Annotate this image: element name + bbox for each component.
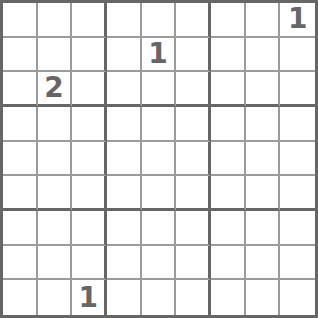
cell-r3c1[interactable] — [3, 72, 38, 107]
cell-r2c7[interactable] — [211, 38, 246, 73]
cell-r1c5[interactable] — [142, 3, 177, 38]
cell-r2c8[interactable] — [246, 38, 281, 73]
cell-r6c1[interactable] — [3, 176, 38, 211]
cell-r6c6[interactable] — [176, 176, 211, 211]
sudoku-board: 1121 — [0, 0, 318, 318]
cell-r8c7[interactable] — [211, 246, 246, 281]
given-digit-r1c9[interactable]: 1 — [280, 3, 315, 38]
cell-r8c3[interactable] — [72, 246, 107, 281]
cell-r5c2[interactable] — [38, 142, 73, 177]
cell-r8c5[interactable] — [142, 246, 177, 281]
cell-r8c9[interactable] — [280, 246, 315, 281]
cell-r2c1[interactable] — [3, 38, 38, 73]
cell-r4c8[interactable] — [246, 107, 281, 142]
cell-r3c7[interactable] — [211, 72, 246, 107]
cell-r2c4[interactable] — [107, 38, 142, 73]
cell-r9c1[interactable] — [3, 280, 38, 315]
cell-r4c5[interactable] — [142, 107, 177, 142]
cell-r3c9[interactable] — [280, 72, 315, 107]
cell-r1c8[interactable] — [246, 3, 281, 38]
cell-r3c4[interactable] — [107, 72, 142, 107]
cell-r4c6[interactable] — [176, 107, 211, 142]
cell-r4c7[interactable] — [211, 107, 246, 142]
cell-r1c3[interactable] — [72, 3, 107, 38]
given-digit-r3c2[interactable]: 2 — [38, 72, 73, 107]
sudoku-board-wrapper: 1121 — [0, 0, 318, 318]
cell-r9c5[interactable] — [142, 280, 177, 315]
cell-r7c8[interactable] — [246, 211, 281, 246]
cell-r8c1[interactable] — [3, 246, 38, 281]
cell-r9c2[interactable] — [38, 280, 73, 315]
cell-r2c2[interactable] — [38, 38, 73, 73]
cell-r4c3[interactable] — [72, 107, 107, 142]
cell-r7c2[interactable] — [38, 211, 73, 246]
cell-r4c4[interactable] — [107, 107, 142, 142]
cell-r5c7[interactable] — [211, 142, 246, 177]
cell-r9c9[interactable] — [280, 280, 315, 315]
cell-r3c3[interactable] — [72, 72, 107, 107]
cell-r7c5[interactable] — [142, 211, 177, 246]
cell-r6c2[interactable] — [38, 176, 73, 211]
cell-r9c4[interactable] — [107, 280, 142, 315]
cell-r7c1[interactable] — [3, 211, 38, 246]
cell-r5c3[interactable] — [72, 142, 107, 177]
cell-r8c8[interactable] — [246, 246, 281, 281]
cell-r5c9[interactable] — [280, 142, 315, 177]
cell-r7c9[interactable] — [280, 211, 315, 246]
cell-r3c5[interactable] — [142, 72, 177, 107]
cell-r1c2[interactable] — [38, 3, 73, 38]
cell-r5c4[interactable] — [107, 142, 142, 177]
given-digit-r9c3[interactable]: 1 — [72, 280, 107, 315]
cell-r1c4[interactable] — [107, 3, 142, 38]
cell-r9c6[interactable] — [176, 280, 211, 315]
cell-r9c7[interactable] — [211, 280, 246, 315]
cell-r6c4[interactable] — [107, 176, 142, 211]
cell-r1c7[interactable] — [211, 3, 246, 38]
cell-r4c1[interactable] — [3, 107, 38, 142]
cell-r2c6[interactable] — [176, 38, 211, 73]
cell-r3c8[interactable] — [246, 72, 281, 107]
cell-r6c3[interactable] — [72, 176, 107, 211]
cell-r8c2[interactable] — [38, 246, 73, 281]
cell-r6c8[interactable] — [246, 176, 281, 211]
given-digit-r2c5[interactable]: 1 — [142, 38, 177, 73]
cell-r1c6[interactable] — [176, 3, 211, 38]
cell-r1c1[interactable] — [3, 3, 38, 38]
cell-r5c6[interactable] — [176, 142, 211, 177]
cell-r9c8[interactable] — [246, 280, 281, 315]
cell-r7c3[interactable] — [72, 211, 107, 246]
cell-r2c9[interactable] — [280, 38, 315, 73]
cell-r6c7[interactable] — [211, 176, 246, 211]
cell-r7c6[interactable] — [176, 211, 211, 246]
cell-r8c6[interactable] — [176, 246, 211, 281]
cell-r6c5[interactable] — [142, 176, 177, 211]
cell-r5c8[interactable] — [246, 142, 281, 177]
cell-r2c3[interactable] — [72, 38, 107, 73]
cell-r4c2[interactable] — [38, 107, 73, 142]
cell-r7c4[interactable] — [107, 211, 142, 246]
cell-r8c4[interactable] — [107, 246, 142, 281]
cell-r6c9[interactable] — [280, 176, 315, 211]
cell-r5c5[interactable] — [142, 142, 177, 177]
cell-r7c7[interactable] — [211, 211, 246, 246]
cell-r5c1[interactable] — [3, 142, 38, 177]
cell-r3c6[interactable] — [176, 72, 211, 107]
cell-r4c9[interactable] — [280, 107, 315, 142]
